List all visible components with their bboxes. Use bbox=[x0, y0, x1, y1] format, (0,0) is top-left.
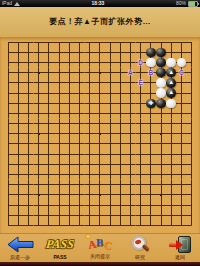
board-point[interactable] bbox=[3, 200, 13, 210]
back-button[interactable]: 返回 bbox=[161, 236, 199, 260]
board-point[interactable] bbox=[34, 129, 44, 139]
board-point[interactable] bbox=[3, 159, 13, 169]
board-point[interactable] bbox=[13, 57, 23, 67]
board-point[interactable] bbox=[125, 180, 135, 190]
board-point[interactable] bbox=[166, 180, 176, 190]
board-point[interactable] bbox=[74, 180, 84, 190]
board-point[interactable] bbox=[176, 149, 186, 159]
undo-button[interactable]: 后退一步 bbox=[1, 236, 39, 260]
board-point[interactable] bbox=[186, 88, 196, 98]
board-point[interactable] bbox=[166, 129, 176, 139]
board-point[interactable] bbox=[85, 119, 95, 129]
board-point[interactable] bbox=[13, 180, 23, 190]
board-point[interactable] bbox=[54, 57, 64, 67]
board-point[interactable] bbox=[136, 68, 146, 78]
board-point[interactable] bbox=[85, 200, 95, 210]
board-point[interactable] bbox=[64, 119, 74, 129]
board-point[interactable] bbox=[115, 190, 125, 200]
board-point[interactable] bbox=[34, 210, 44, 220]
board-point[interactable] bbox=[136, 98, 146, 108]
board-point[interactable] bbox=[85, 220, 95, 230]
board-point[interactable] bbox=[23, 200, 33, 210]
board-point[interactable] bbox=[146, 200, 156, 210]
board-point[interactable] bbox=[156, 47, 166, 57]
board-point[interactable] bbox=[85, 78, 95, 88]
board-point[interactable] bbox=[34, 190, 44, 200]
board-point[interactable] bbox=[74, 169, 84, 179]
board-point[interactable] bbox=[44, 220, 54, 230]
board-point[interactable] bbox=[176, 200, 186, 210]
board-point[interactable] bbox=[74, 139, 84, 149]
board-point[interactable] bbox=[186, 139, 196, 149]
board-point[interactable] bbox=[125, 37, 135, 47]
board-point[interactable] bbox=[146, 57, 156, 67]
board-point[interactable] bbox=[44, 37, 54, 47]
board-point[interactable] bbox=[136, 180, 146, 190]
board-point[interactable] bbox=[64, 139, 74, 149]
board-point[interactable] bbox=[95, 129, 105, 139]
board-point[interactable] bbox=[64, 190, 74, 200]
board-point[interactable] bbox=[23, 180, 33, 190]
board-point[interactable] bbox=[186, 210, 196, 220]
board-point[interactable]: B bbox=[146, 68, 156, 78]
board-point[interactable] bbox=[54, 200, 64, 210]
board-point[interactable] bbox=[156, 200, 166, 210]
board-point[interactable] bbox=[85, 108, 95, 118]
hints-toggle-button[interactable]: ✦ A B C 关闭提示 bbox=[81, 236, 119, 259]
board-point[interactable] bbox=[85, 210, 95, 220]
board-point[interactable] bbox=[156, 159, 166, 169]
board-point[interactable] bbox=[34, 159, 44, 169]
board-point[interactable] bbox=[186, 169, 196, 179]
board-point[interactable] bbox=[186, 190, 196, 200]
board-point[interactable] bbox=[136, 149, 146, 159]
board-point[interactable] bbox=[54, 220, 64, 230]
board-point[interactable] bbox=[23, 190, 33, 200]
board-point[interactable] bbox=[64, 78, 74, 88]
board-point[interactable] bbox=[136, 37, 146, 47]
board-point[interactable] bbox=[146, 139, 156, 149]
board-point[interactable] bbox=[44, 159, 54, 169]
board-point[interactable] bbox=[156, 88, 166, 98]
board-point[interactable] bbox=[13, 200, 23, 210]
board-point[interactable] bbox=[176, 37, 186, 47]
board-point[interactable] bbox=[186, 98, 196, 108]
board-point[interactable]: ▲ bbox=[166, 88, 176, 98]
board-point[interactable] bbox=[176, 180, 186, 190]
board-point[interactable] bbox=[23, 210, 33, 220]
board-point[interactable] bbox=[105, 139, 115, 149]
board-point[interactable] bbox=[125, 149, 135, 159]
board-point[interactable] bbox=[13, 129, 23, 139]
board-point[interactable] bbox=[125, 210, 135, 220]
board-point[interactable] bbox=[95, 78, 105, 88]
board-point[interactable] bbox=[115, 119, 125, 129]
board-point[interactable] bbox=[44, 57, 54, 67]
board-point[interactable] bbox=[95, 98, 105, 108]
board-point[interactable] bbox=[115, 129, 125, 139]
board-point[interactable]: D bbox=[136, 57, 146, 67]
board-point[interactable] bbox=[85, 88, 95, 98]
board-point[interactable] bbox=[23, 159, 33, 169]
board-point[interactable] bbox=[85, 169, 95, 179]
board-point[interactable] bbox=[3, 220, 13, 230]
board-point[interactable] bbox=[54, 149, 64, 159]
board-point[interactable] bbox=[136, 129, 146, 139]
board-point[interactable] bbox=[13, 119, 23, 129]
board-point[interactable]: ▲ bbox=[166, 78, 176, 88]
board-point[interactable] bbox=[64, 200, 74, 210]
board-point[interactable] bbox=[166, 220, 176, 230]
board-point[interactable] bbox=[64, 108, 74, 118]
board-point[interactable] bbox=[64, 37, 74, 47]
board-point[interactable] bbox=[74, 108, 84, 118]
board-point[interactable] bbox=[74, 47, 84, 57]
board-point[interactable] bbox=[186, 200, 196, 210]
board-point[interactable] bbox=[115, 88, 125, 98]
board-point[interactable] bbox=[125, 169, 135, 179]
board-point[interactable] bbox=[136, 47, 146, 57]
board-point[interactable] bbox=[186, 78, 196, 88]
board-point[interactable] bbox=[34, 68, 44, 78]
board-point[interactable] bbox=[186, 47, 196, 57]
board-point[interactable] bbox=[115, 180, 125, 190]
board-point[interactable] bbox=[115, 149, 125, 159]
board-point[interactable] bbox=[95, 210, 105, 220]
board-point[interactable] bbox=[146, 190, 156, 200]
board-point[interactable] bbox=[156, 210, 166, 220]
study-button[interactable]: 研究 bbox=[121, 236, 159, 260]
board-point[interactable] bbox=[23, 129, 33, 139]
board-point[interactable] bbox=[74, 78, 84, 88]
board-point[interactable] bbox=[115, 159, 125, 169]
board-point[interactable] bbox=[156, 119, 166, 129]
board-point[interactable] bbox=[105, 149, 115, 159]
board-point[interactable] bbox=[146, 169, 156, 179]
board-point[interactable] bbox=[95, 88, 105, 98]
board-point[interactable] bbox=[166, 47, 176, 57]
board-point[interactable] bbox=[105, 190, 115, 200]
board-point[interactable] bbox=[54, 129, 64, 139]
board-point[interactable] bbox=[95, 68, 105, 78]
board-point[interactable] bbox=[156, 139, 166, 149]
board-point[interactable] bbox=[85, 149, 95, 159]
board-point[interactable] bbox=[34, 108, 44, 118]
board-point[interactable] bbox=[23, 108, 33, 118]
board-point[interactable] bbox=[146, 108, 156, 118]
board-point[interactable] bbox=[34, 220, 44, 230]
board-point[interactable] bbox=[23, 47, 33, 57]
board-point[interactable] bbox=[176, 129, 186, 139]
board-point[interactable] bbox=[125, 190, 135, 200]
board-point[interactable] bbox=[23, 68, 33, 78]
board-point[interactable] bbox=[64, 88, 74, 98]
board-point[interactable] bbox=[34, 88, 44, 98]
board-point[interactable] bbox=[13, 210, 23, 220]
board-point[interactable] bbox=[115, 57, 125, 67]
board-point[interactable] bbox=[156, 37, 166, 47]
board-point[interactable] bbox=[186, 68, 196, 78]
board-point[interactable] bbox=[85, 37, 95, 47]
board-point[interactable] bbox=[3, 129, 13, 139]
board-point[interactable] bbox=[34, 57, 44, 67]
board-point[interactable] bbox=[64, 169, 74, 179]
board-point[interactable] bbox=[95, 220, 105, 230]
board-point[interactable] bbox=[44, 68, 54, 78]
board-point[interactable] bbox=[34, 78, 44, 88]
board-point[interactable] bbox=[54, 108, 64, 118]
board-point[interactable] bbox=[146, 37, 156, 47]
board-point[interactable] bbox=[13, 78, 23, 88]
board-point[interactable] bbox=[34, 98, 44, 108]
board-point[interactable] bbox=[13, 68, 23, 78]
board-point[interactable] bbox=[176, 47, 186, 57]
board-point[interactable] bbox=[44, 210, 54, 220]
board-point[interactable] bbox=[23, 169, 33, 179]
board-point[interactable] bbox=[13, 98, 23, 108]
board-point[interactable] bbox=[166, 119, 176, 129]
board-point[interactable] bbox=[166, 139, 176, 149]
board-point[interactable] bbox=[146, 129, 156, 139]
board-point[interactable] bbox=[105, 88, 115, 98]
board-point[interactable] bbox=[3, 169, 13, 179]
board-point[interactable] bbox=[54, 159, 64, 169]
board-point[interactable] bbox=[3, 180, 13, 190]
board-point[interactable] bbox=[3, 119, 13, 129]
board-point[interactable] bbox=[74, 98, 84, 108]
board-point[interactable] bbox=[186, 108, 196, 118]
board-point[interactable] bbox=[125, 47, 135, 57]
board-point[interactable] bbox=[95, 180, 105, 190]
board-point[interactable] bbox=[64, 98, 74, 108]
board-point[interactable] bbox=[156, 57, 166, 67]
board-point[interactable] bbox=[186, 57, 196, 67]
board-point[interactable] bbox=[186, 220, 196, 230]
board-point[interactable] bbox=[136, 108, 146, 118]
board-point[interactable] bbox=[105, 129, 115, 139]
board-point[interactable] bbox=[156, 180, 166, 190]
board-point[interactable] bbox=[85, 139, 95, 149]
board-point[interactable] bbox=[44, 98, 54, 108]
board-point[interactable] bbox=[44, 119, 54, 129]
board-point[interactable] bbox=[34, 139, 44, 149]
board-point[interactable] bbox=[105, 78, 115, 88]
board-point[interactable] bbox=[44, 200, 54, 210]
board-point[interactable] bbox=[44, 169, 54, 179]
board-point[interactable] bbox=[125, 98, 135, 108]
board-point[interactable] bbox=[54, 169, 64, 179]
board-point[interactable] bbox=[115, 37, 125, 47]
board-point[interactable] bbox=[85, 129, 95, 139]
board-point[interactable] bbox=[54, 190, 64, 200]
board-point[interactable] bbox=[64, 149, 74, 159]
board-point[interactable] bbox=[166, 210, 176, 220]
board-point[interactable] bbox=[3, 68, 13, 78]
board-point[interactable] bbox=[125, 220, 135, 230]
board-point[interactable] bbox=[105, 108, 115, 118]
board-point[interactable] bbox=[85, 57, 95, 67]
board-point[interactable] bbox=[64, 180, 74, 190]
board-point[interactable] bbox=[64, 159, 74, 169]
board-point[interactable] bbox=[3, 190, 13, 200]
board-point[interactable] bbox=[95, 159, 105, 169]
board-point[interactable] bbox=[186, 159, 196, 169]
board-point[interactable] bbox=[176, 108, 186, 118]
board-point[interactable] bbox=[125, 108, 135, 118]
board-point[interactable] bbox=[186, 149, 196, 159]
board-point[interactable] bbox=[13, 139, 23, 149]
board-point[interactable] bbox=[64, 57, 74, 67]
board-point[interactable] bbox=[156, 220, 166, 230]
board-point[interactable] bbox=[176, 119, 186, 129]
board-point[interactable] bbox=[136, 210, 146, 220]
board-point[interactable] bbox=[176, 159, 186, 169]
board-point[interactable] bbox=[136, 139, 146, 149]
board-point[interactable]: C bbox=[176, 68, 186, 78]
board-point[interactable] bbox=[23, 119, 33, 129]
board-point[interactable] bbox=[156, 129, 166, 139]
board-point[interactable] bbox=[54, 37, 64, 47]
board-point[interactable]: ✚ bbox=[146, 98, 156, 108]
board-point[interactable] bbox=[166, 169, 176, 179]
board-point[interactable] bbox=[136, 169, 146, 179]
board-point[interactable] bbox=[146, 149, 156, 159]
board-point[interactable] bbox=[125, 78, 135, 88]
board-point[interactable] bbox=[3, 37, 13, 47]
board-point[interactable] bbox=[23, 149, 33, 159]
board-point[interactable] bbox=[54, 119, 64, 129]
board-point[interactable] bbox=[54, 139, 64, 149]
board-point[interactable] bbox=[44, 149, 54, 159]
board-point[interactable] bbox=[136, 190, 146, 200]
board-point[interactable] bbox=[176, 98, 186, 108]
board-point[interactable] bbox=[146, 119, 156, 129]
board-point[interactable] bbox=[54, 78, 64, 88]
board-point[interactable] bbox=[115, 200, 125, 210]
board-point[interactable] bbox=[166, 200, 176, 210]
board-point[interactable] bbox=[34, 47, 44, 57]
board-point[interactable] bbox=[166, 149, 176, 159]
board-point[interactable] bbox=[13, 149, 23, 159]
board-point[interactable] bbox=[105, 159, 115, 169]
board-point[interactable] bbox=[74, 190, 84, 200]
board-point[interactable] bbox=[125, 139, 135, 149]
board-point[interactable] bbox=[44, 129, 54, 139]
board-point[interactable] bbox=[23, 220, 33, 230]
board-point[interactable] bbox=[3, 210, 13, 220]
board-point[interactable] bbox=[74, 57, 84, 67]
board-point[interactable] bbox=[156, 149, 166, 159]
board-point[interactable] bbox=[95, 37, 105, 47]
board-point[interactable] bbox=[74, 129, 84, 139]
board-point[interactable] bbox=[166, 37, 176, 47]
board-point[interactable] bbox=[13, 169, 23, 179]
board-point[interactable] bbox=[3, 88, 13, 98]
board-point[interactable] bbox=[95, 47, 105, 57]
board-point[interactable] bbox=[105, 119, 115, 129]
board-point[interactable] bbox=[74, 149, 84, 159]
board-point[interactable] bbox=[13, 108, 23, 118]
board-point[interactable] bbox=[74, 200, 84, 210]
board-point[interactable] bbox=[125, 129, 135, 139]
board-point[interactable] bbox=[64, 68, 74, 78]
board-point[interactable] bbox=[44, 78, 54, 88]
board-point[interactable] bbox=[13, 37, 23, 47]
board-point[interactable] bbox=[23, 78, 33, 88]
board-point[interactable] bbox=[176, 210, 186, 220]
board-point[interactable] bbox=[186, 37, 196, 47]
board-point[interactable] bbox=[166, 98, 176, 108]
board-point[interactable] bbox=[146, 220, 156, 230]
board-point[interactable] bbox=[74, 37, 84, 47]
board-point[interactable] bbox=[136, 200, 146, 210]
board-point[interactable] bbox=[74, 119, 84, 129]
board-point[interactable] bbox=[156, 68, 166, 78]
board-point[interactable] bbox=[85, 47, 95, 57]
board-point[interactable]: A bbox=[125, 68, 135, 78]
board-point[interactable] bbox=[176, 169, 186, 179]
board-point[interactable] bbox=[105, 98, 115, 108]
board-point[interactable] bbox=[54, 180, 64, 190]
board-point[interactable]: ▲ bbox=[166, 68, 176, 78]
board-point[interactable] bbox=[125, 119, 135, 129]
board-point[interactable] bbox=[125, 57, 135, 67]
board-point[interactable] bbox=[74, 220, 84, 230]
board-point[interactable] bbox=[95, 108, 105, 118]
board-point[interactable] bbox=[74, 159, 84, 169]
board-point[interactable] bbox=[34, 149, 44, 159]
board-point[interactable] bbox=[136, 220, 146, 230]
board-point[interactable] bbox=[186, 119, 196, 129]
board-point[interactable] bbox=[146, 159, 156, 169]
board-point[interactable] bbox=[3, 108, 13, 118]
board-point[interactable] bbox=[105, 169, 115, 179]
board-point[interactable] bbox=[146, 180, 156, 190]
board-point[interactable] bbox=[23, 139, 33, 149]
board-point[interactable] bbox=[13, 47, 23, 57]
board-point[interactable] bbox=[176, 190, 186, 200]
board-point[interactable] bbox=[105, 57, 115, 67]
board-point[interactable] bbox=[136, 159, 146, 169]
board-point[interactable] bbox=[44, 180, 54, 190]
board-point[interactable] bbox=[44, 190, 54, 200]
board-point[interactable] bbox=[44, 139, 54, 149]
board-point[interactable] bbox=[115, 68, 125, 78]
board-point[interactable] bbox=[54, 88, 64, 98]
board-point[interactable] bbox=[115, 47, 125, 57]
board-point[interactable] bbox=[85, 159, 95, 169]
board-point[interactable] bbox=[13, 220, 23, 230]
board-point[interactable] bbox=[34, 37, 44, 47]
board-point[interactable] bbox=[166, 57, 176, 67]
board-point[interactable] bbox=[3, 98, 13, 108]
board-point[interactable] bbox=[176, 57, 186, 67]
board-point[interactable] bbox=[95, 57, 105, 67]
board-point[interactable] bbox=[105, 210, 115, 220]
board-point[interactable] bbox=[23, 37, 33, 47]
board-point[interactable] bbox=[74, 210, 84, 220]
board-point[interactable] bbox=[115, 108, 125, 118]
board-point[interactable] bbox=[13, 88, 23, 98]
board-point[interactable] bbox=[34, 200, 44, 210]
board-point[interactable] bbox=[115, 98, 125, 108]
board-point[interactable] bbox=[105, 68, 115, 78]
board-point[interactable] bbox=[115, 169, 125, 179]
board-point[interactable] bbox=[74, 68, 84, 78]
board-point[interactable] bbox=[146, 78, 156, 88]
board-point[interactable] bbox=[166, 190, 176, 200]
board-point[interactable] bbox=[156, 78, 166, 88]
